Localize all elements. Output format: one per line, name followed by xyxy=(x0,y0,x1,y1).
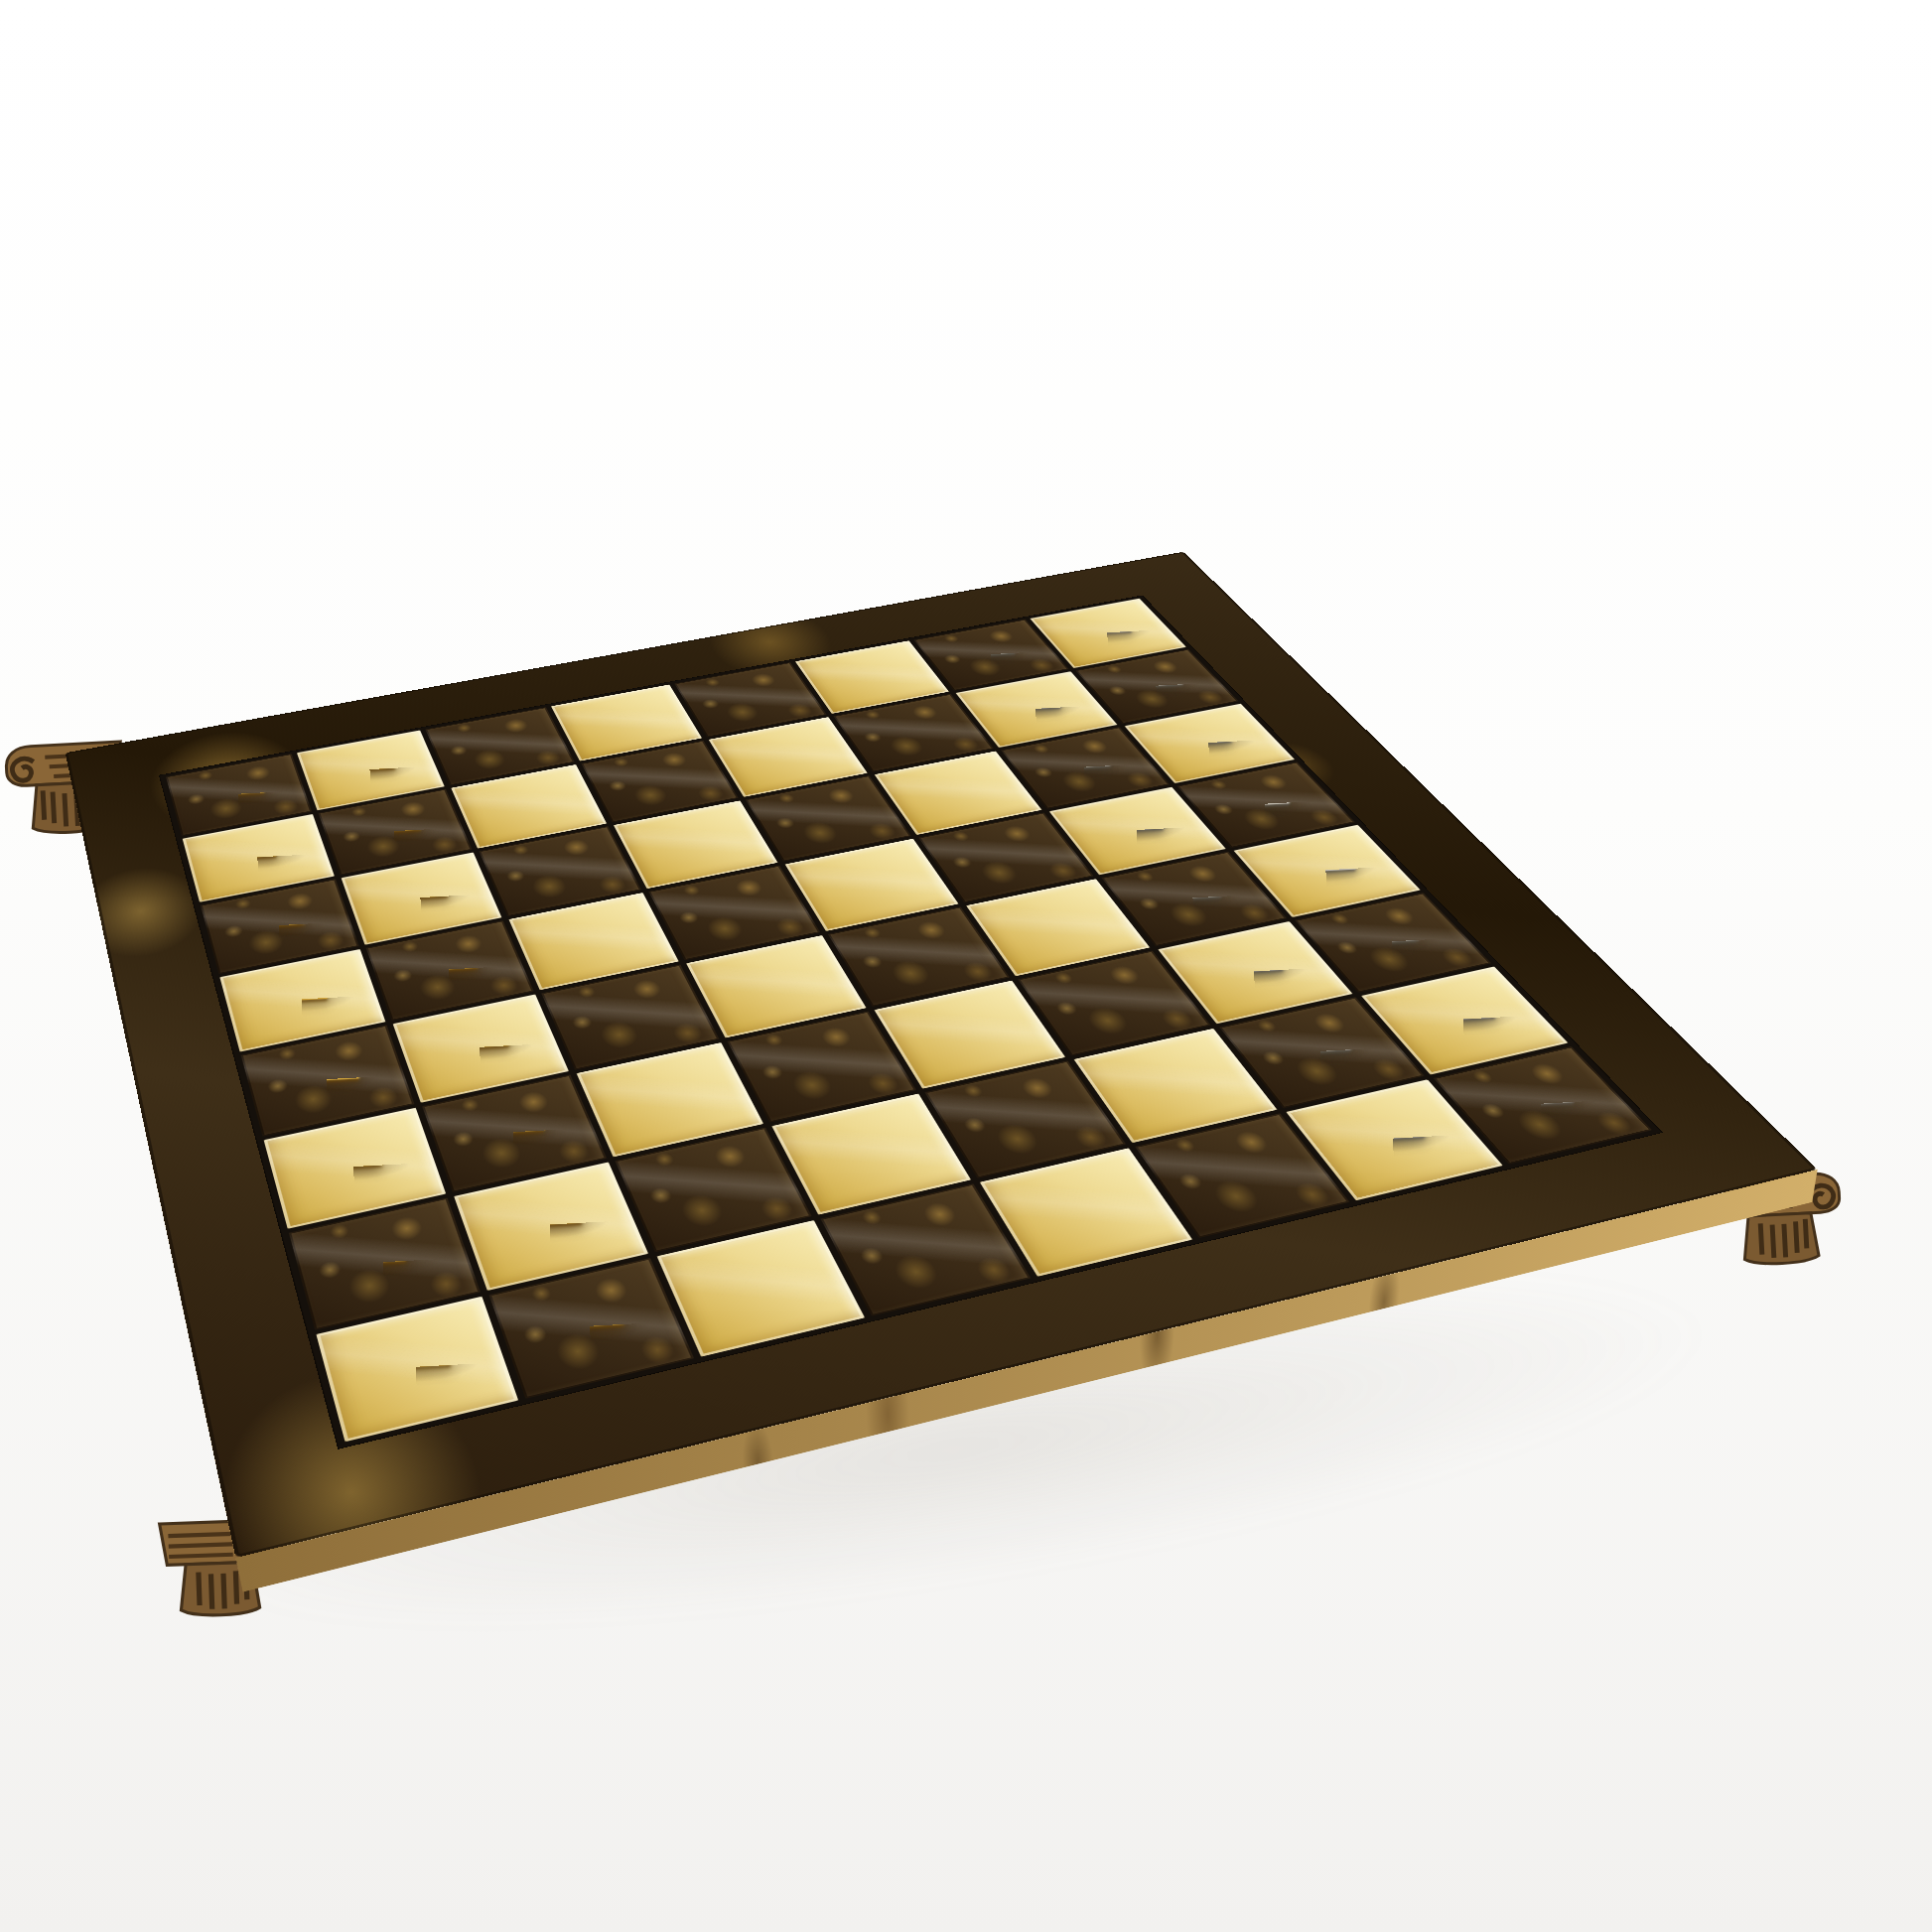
square-c3[interactable] xyxy=(479,826,641,916)
pawn-glyph: ♟ xyxy=(533,1227,642,1347)
square-e3[interactable] xyxy=(541,965,719,1070)
product-photo-scene: ♜♞♝♛♚♝♞♜♟♟♟♟♟♟♟♟♟♟♟♟♟♟♟♟♜♞♝♛♚♝♞♜ xyxy=(0,0,1932,1932)
board-edge-front xyxy=(66,753,243,1591)
square-h3[interactable] xyxy=(657,1220,865,1357)
square-e4[interactable] xyxy=(686,935,866,1037)
pawn-glyph: ♟ xyxy=(1340,1045,1442,1158)
rook-glyph: ♜ xyxy=(354,1260,472,1389)
rook-glyph: ♜ xyxy=(1485,1007,1591,1125)
